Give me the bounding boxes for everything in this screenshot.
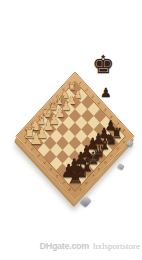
chess-piece: ♜ [67,168,77,187]
hinge-icon [117,163,125,170]
store-name-label: hxlsportstore [93,241,140,251]
stray-piece: ♟ [100,86,112,99]
metal-clasp [80,195,92,207]
watermark: DHgate.com hxlsportstore [39,241,140,251]
chess-board: 12345678 12345678 abcdefgh abcdefgh ♜♟♟♜… [17,71,134,199]
stray-piece: ♚ [92,52,114,77]
chess-piece: ♟ [30,132,40,147]
product-photo: 12345678 12345678 abcdefgh abcdefgh ♜♟♟♜… [0,0,142,260]
chess-scene: 12345678 12345678 abcdefgh abcdefgh ♜♟♟♜… [0,0,142,260]
hinge-icon [126,140,134,147]
dhgate-logo: DHgate.com [39,241,89,251]
board-frame: 12345678 12345678 abcdefgh abcdefgh ♜♟♟♜… [15,71,134,201]
